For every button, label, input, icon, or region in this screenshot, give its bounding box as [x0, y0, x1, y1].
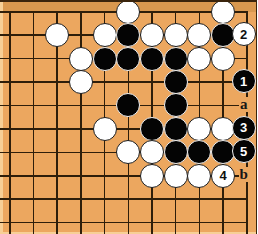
grid-vline — [33, 94, 35, 117]
grid-vline — [56, 188, 58, 211]
board-point[interactable] — [22, 117, 46, 140]
stone-white — [93, 117, 117, 141]
board-point[interactable] — [22, 47, 46, 70]
top-frame-line — [0, 0, 257, 2]
stone-black-move-5: 5 — [232, 139, 256, 163]
stone-black — [164, 93, 188, 117]
board-point[interactable] — [93, 94, 117, 117]
move-number-label: 1 — [240, 75, 247, 88]
grid-vline — [104, 94, 106, 117]
board-point[interactable] — [164, 23, 188, 46]
board-point[interactable] — [211, 188, 235, 211]
board-point[interactable] — [211, 211, 235, 234]
board-point[interactable] — [140, 164, 164, 187]
board-point[interactable] — [140, 70, 164, 93]
board-point[interactable] — [93, 211, 117, 234]
grid-vline — [151, 188, 153, 211]
grid-hline — [0, 105, 22, 107]
grid-vline — [56, 47, 58, 70]
board-point[interactable] — [211, 47, 235, 70]
grid-vline — [199, 11, 201, 24]
move-number-label: 5 — [240, 145, 247, 158]
board-point[interactable] — [45, 141, 69, 164]
board-point[interactable] — [164, 117, 188, 140]
grid-vline — [80, 188, 82, 211]
grid-hline — [0, 152, 22, 154]
board-point[interactable] — [45, 47, 69, 70]
grid-vline — [80, 94, 82, 117]
board-point[interactable] — [93, 47, 117, 70]
grid-vline — [104, 211, 106, 234]
board-point[interactable] — [188, 141, 212, 164]
board-point[interactable] — [116, 94, 140, 117]
board-point[interactable] — [164, 141, 188, 164]
board-point[interactable] — [45, 23, 69, 46]
stone-white — [45, 23, 69, 47]
stone-white — [164, 23, 188, 47]
board-point[interactable]: 3 — [235, 117, 257, 140]
grid-vline — [222, 94, 224, 117]
board-point[interactable] — [22, 94, 46, 117]
board-point[interactable] — [164, 211, 188, 234]
stone-white — [69, 47, 93, 71]
grid-vline — [199, 70, 201, 93]
grid-vline — [151, 11, 153, 24]
grid-vline — [199, 94, 201, 117]
board-point[interactable] — [140, 211, 164, 234]
grid-hline — [0, 81, 22, 83]
grid-vline — [222, 211, 224, 234]
board-point[interactable] — [45, 70, 69, 93]
board-point[interactable] — [235, 188, 257, 211]
grid-vline — [33, 117, 35, 140]
board-point[interactable] — [0, 47, 22, 70]
board-point[interactable] — [45, 211, 69, 234]
board-point[interactable] — [235, 47, 257, 70]
grid-vline — [56, 94, 58, 117]
grid-vline — [33, 164, 35, 187]
grid-vline — [222, 188, 224, 211]
board-point[interactable] — [140, 47, 164, 70]
grid-vline — [33, 141, 35, 164]
grid-vline — [9, 164, 11, 187]
grid-vline — [9, 117, 11, 140]
move-number-label: 3 — [240, 121, 247, 134]
board-point[interactable] — [22, 70, 46, 93]
board-point[interactable] — [22, 23, 46, 46]
stone-black — [116, 23, 140, 47]
stone-black-move-3: 3 — [232, 116, 256, 140]
board-point[interactable] — [93, 23, 117, 46]
grid-vline — [128, 188, 130, 211]
stone-white — [211, 47, 235, 71]
move-number-label: 4 — [219, 169, 226, 182]
board-point[interactable] — [45, 94, 69, 117]
grid-vline — [56, 211, 58, 234]
grid-vline — [9, 94, 11, 117]
board-point[interactable] — [0, 70, 22, 93]
move-number-label: 2 — [240, 28, 247, 41]
board-point[interactable] — [140, 0, 164, 23]
board-point[interactable] — [69, 141, 93, 164]
grid-vline — [246, 47, 248, 70]
board-point[interactable] — [0, 23, 22, 46]
grid-vline — [104, 164, 106, 187]
stone-white-move-4: 4 — [211, 164, 235, 188]
board-point[interactable] — [116, 188, 140, 211]
stone-white — [140, 140, 164, 164]
stone-white — [116, 140, 140, 164]
board-point[interactable] — [140, 188, 164, 211]
board-point[interactable] — [116, 47, 140, 70]
board-point[interactable] — [69, 70, 93, 93]
board-point[interactable] — [211, 0, 235, 23]
board-point[interactable] — [164, 47, 188, 70]
grid-vline — [104, 70, 106, 93]
board-point[interactable] — [164, 0, 188, 23]
board-point[interactable] — [45, 164, 69, 187]
board-point[interactable] — [22, 164, 46, 187]
board-point[interactable] — [45, 117, 69, 140]
grid-vline — [56, 164, 58, 187]
point-label-b: b — [239, 167, 249, 182]
grid-vline — [9, 23, 11, 46]
grid-vline — [9, 47, 11, 70]
grid-vline — [56, 11, 58, 24]
stone-white — [164, 164, 188, 188]
grid-vline — [33, 47, 35, 70]
stone-black — [140, 47, 164, 71]
board-grid: 21a354b — [0, 0, 257, 234]
stone-white — [116, 0, 140, 24]
grid-vline — [9, 141, 11, 164]
right-frame-line — [256, 0, 258, 234]
board-point[interactable] — [116, 23, 140, 46]
board-point[interactable] — [0, 0, 22, 23]
stone-black — [164, 140, 188, 164]
board-point[interactable] — [235, 211, 257, 234]
board-point[interactable]: 2 — [235, 23, 257, 46]
board-point[interactable] — [69, 164, 93, 187]
board-point[interactable] — [140, 94, 164, 117]
grid-vline — [175, 188, 177, 211]
grid-vline — [151, 94, 153, 117]
grid-hline — [0, 128, 22, 130]
grid-vline — [9, 211, 11, 234]
grid-vline — [222, 70, 224, 93]
board-point[interactable] — [116, 164, 140, 187]
stone-white — [93, 23, 117, 47]
stone-black — [164, 70, 188, 94]
board-point[interactable] — [0, 164, 22, 187]
grid-vline — [104, 141, 106, 164]
board-point[interactable] — [22, 211, 46, 234]
board-point[interactable] — [69, 211, 93, 234]
board-point[interactable]: b — [235, 164, 257, 187]
grid-vline — [199, 188, 201, 211]
grid-vline — [199, 211, 201, 234]
board-point[interactable]: 4 — [211, 164, 235, 187]
board-point[interactable] — [69, 47, 93, 70]
grid-vline — [9, 70, 11, 93]
board-point[interactable] — [69, 188, 93, 211]
board-point[interactable] — [188, 47, 212, 70]
point-label-a: a — [239, 97, 249, 112]
board-point[interactable] — [22, 141, 46, 164]
board-point[interactable] — [45, 188, 69, 211]
grid-vline — [80, 164, 82, 187]
stone-black — [187, 140, 211, 164]
stone-black — [116, 93, 140, 117]
board-point[interactable] — [164, 164, 188, 187]
grid-hline — [0, 175, 22, 177]
grid-vline — [80, 11, 82, 24]
grid-vline — [104, 188, 106, 211]
grid-vline — [80, 23, 82, 46]
grid-vline — [56, 141, 58, 164]
grid-vline — [175, 211, 177, 234]
grid-vline — [56, 70, 58, 93]
board-point[interactable] — [22, 0, 46, 23]
stone-black — [116, 47, 140, 71]
board-point[interactable] — [140, 23, 164, 46]
grid-vline — [33, 70, 35, 93]
board-point[interactable] — [140, 117, 164, 140]
grid-hline — [0, 34, 22, 36]
grid-vline — [151, 211, 153, 234]
board-point[interactable] — [116, 141, 140, 164]
board-point[interactable] — [69, 0, 93, 23]
stone-white — [187, 47, 211, 71]
board-point[interactable] — [69, 23, 93, 46]
grid-vline — [128, 70, 130, 93]
grid-hline — [0, 198, 22, 200]
board-point[interactable]: 1 — [235, 70, 257, 93]
board-point[interactable] — [211, 94, 235, 117]
board-point[interactable] — [164, 94, 188, 117]
board-point[interactable] — [140, 141, 164, 164]
grid-vline — [33, 211, 35, 234]
grid-hline — [0, 58, 22, 60]
stone-white — [187, 117, 211, 141]
board-point[interactable] — [69, 94, 93, 117]
board-point[interactable] — [188, 188, 212, 211]
stone-white — [211, 0, 235, 24]
grid-hline — [0, 11, 22, 13]
board-point[interactable] — [164, 70, 188, 93]
grid-vline — [175, 11, 177, 24]
board-point[interactable] — [93, 164, 117, 187]
board-point[interactable] — [188, 211, 212, 234]
board-point[interactable] — [93, 188, 117, 211]
grid-vline — [33, 23, 35, 46]
board-point[interactable] — [0, 94, 22, 117]
grid-hline — [0, 222, 22, 224]
board-point[interactable]: 5 — [235, 141, 257, 164]
grid-vline — [56, 117, 58, 140]
board-point[interactable] — [93, 70, 117, 93]
board-point[interactable] — [116, 117, 140, 140]
stone-white — [187, 23, 211, 47]
board-point[interactable] — [235, 0, 257, 23]
board-point[interactable] — [0, 141, 22, 164]
grid-vline — [128, 117, 130, 140]
grid-vline — [33, 11, 35, 24]
stone-black — [93, 47, 117, 71]
stone-white — [140, 23, 164, 47]
grid-vline — [128, 164, 130, 187]
board-point[interactable] — [188, 117, 212, 140]
board-point[interactable] — [45, 0, 69, 23]
stone-black — [164, 117, 188, 141]
board-point[interactable] — [188, 70, 212, 93]
grid-vline — [33, 188, 35, 211]
grid-vline — [80, 141, 82, 164]
board-point[interactable] — [116, 70, 140, 93]
grid-vline — [80, 211, 82, 234]
grid-vline — [246, 211, 248, 234]
board-point[interactable] — [69, 117, 93, 140]
board-point[interactable] — [93, 117, 117, 140]
board-point[interactable] — [116, 0, 140, 23]
stone-white-move-2: 2 — [232, 22, 256, 46]
grid-vline — [9, 11, 11, 24]
board-point[interactable] — [0, 188, 22, 211]
board-point[interactable] — [0, 211, 22, 234]
stone-white — [69, 70, 93, 94]
stone-black — [140, 117, 164, 141]
stone-black — [164, 47, 188, 71]
board-point[interactable] — [0, 117, 22, 140]
board-point[interactable] — [188, 94, 212, 117]
grid-vline — [246, 188, 248, 211]
stone-white — [140, 164, 164, 188]
board-point[interactable]: a — [235, 94, 257, 117]
grid-vline — [128, 211, 130, 234]
board-point[interactable] — [188, 0, 212, 23]
grid-vline — [151, 70, 153, 93]
board-point[interactable] — [188, 164, 212, 187]
board-point[interactable] — [22, 188, 46, 211]
grid-vline — [9, 188, 11, 211]
grid-vline — [104, 11, 106, 24]
grid-vline — [80, 117, 82, 140]
go-board-diagram: 21a354b — [0, 0, 257, 234]
stone-white — [187, 164, 211, 188]
stone-black-move-1: 1 — [232, 69, 256, 93]
board-point[interactable] — [93, 0, 117, 23]
board-point[interactable] — [116, 211, 140, 234]
board-point[interactable] — [93, 141, 117, 164]
board-point[interactable] — [188, 23, 212, 46]
board-point[interactable] — [164, 188, 188, 211]
